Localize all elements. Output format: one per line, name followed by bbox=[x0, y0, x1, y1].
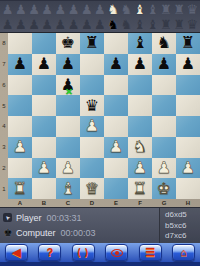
square-g7[interactable]: ♟ bbox=[152, 54, 176, 75]
slot-white-rook-icon: ♜ bbox=[159, 2, 172, 17]
square-b6[interactable] bbox=[32, 75, 56, 96]
rank-label-6: 6 bbox=[0, 75, 8, 96]
white-bishop[interactable]: ♝ bbox=[61, 181, 75, 197]
square-a4[interactable] bbox=[8, 116, 32, 137]
slot-black-rook-icon: ♜ bbox=[172, 17, 185, 32]
exit-icon: ⌂ bbox=[180, 247, 187, 258]
captured-black-knight-icon: ♞ bbox=[107, 17, 120, 32]
slot-black-pawn-icon: ♟ bbox=[54, 17, 67, 32]
white-rook[interactable]: ♜ bbox=[13, 181, 27, 197]
square-b3[interactable] bbox=[32, 137, 56, 158]
hint-icon: ( ) bbox=[78, 248, 90, 257]
rank-label-8: 8 bbox=[0, 33, 8, 54]
black-pawn[interactable]: ♟ bbox=[13, 56, 27, 72]
turn-arrow-icon: ➤ bbox=[4, 214, 12, 222]
white-pawn[interactable]: ♟ bbox=[133, 160, 147, 176]
white-pawn[interactable]: ♟ bbox=[157, 160, 171, 176]
file-label-f: F bbox=[128, 199, 152, 207]
rank-label-4: 4 bbox=[0, 116, 8, 137]
slot-black-rook-icon: ♜ bbox=[159, 17, 172, 32]
white-pawn[interactable]: ♟ bbox=[13, 139, 27, 155]
rank-label-3: 3 bbox=[0, 137, 8, 158]
square-a6[interactable] bbox=[8, 75, 32, 96]
slot-black-pawn-icon: ♟ bbox=[1, 17, 14, 32]
white-queen[interactable]: ♛ bbox=[85, 181, 99, 197]
square-f5[interactable] bbox=[128, 95, 152, 116]
slot-black-pawn-icon: ♟ bbox=[67, 17, 80, 32]
square-d7[interactable] bbox=[80, 54, 104, 75]
square-e8[interactable] bbox=[104, 33, 128, 54]
square-e1[interactable] bbox=[104, 178, 128, 199]
square-h1[interactable] bbox=[176, 178, 200, 199]
square-b8[interactable] bbox=[32, 33, 56, 54]
square-h6[interactable] bbox=[176, 75, 200, 96]
slot-white-knight-icon: ♞ bbox=[120, 2, 133, 17]
file-label-g: G bbox=[152, 199, 176, 207]
square-g4[interactable] bbox=[152, 116, 176, 137]
last-move-marker-icon: ✕ bbox=[65, 87, 73, 97]
help-button[interactable]: ? bbox=[38, 244, 61, 261]
black-pawn[interactable]: ♟ bbox=[61, 56, 75, 72]
computer-label: Computer bbox=[16, 228, 56, 238]
turn-indicator-icon: ➤ bbox=[3, 213, 12, 222]
chess-board: 87654321 ♚♜♝♞♜♟♟♟♟♟♟♟♟✕♛♟♟♟♞♟♟♟♟♟♜♝♛♜♚ A… bbox=[0, 32, 200, 207]
square-d4[interactable]: ♟ bbox=[80, 116, 104, 137]
file-labels: ABCDEFGH bbox=[8, 199, 200, 207]
back-button[interactable]: ◀ bbox=[5, 244, 28, 261]
rank-label-1: 1 bbox=[0, 178, 8, 199]
square-a3[interactable]: ♟ bbox=[8, 137, 32, 158]
square-c2[interactable]: ♟ bbox=[56, 158, 80, 179]
captured-white-knight-icon: ♞ bbox=[107, 2, 120, 17]
show-move-button[interactable] bbox=[105, 244, 128, 261]
chess-app-window: ♟♟♟♟♟♟♟♟♞♞♝♝♜♜♛ ♟♟♟♟♟♟♟♟♞♞♝♝♜♜♛ 87654321… bbox=[0, 0, 200, 266]
file-label-e: E bbox=[104, 199, 128, 207]
help-icon: ? bbox=[47, 247, 54, 258]
slot-white-bishop-icon: ♝ bbox=[146, 2, 159, 17]
slot-white-pawn-icon: ♟ bbox=[80, 2, 93, 17]
square-f8[interactable]: ♝ bbox=[128, 33, 152, 54]
square-a5[interactable] bbox=[8, 95, 32, 116]
square-h5[interactable] bbox=[176, 95, 200, 116]
board-grid: ♚♜♝♞♜♟♟♟♟♟♟♟♟✕♛♟♟♟♞♟♟♟♟♟♜♝♛♜♚ bbox=[8, 33, 200, 199]
square-g1[interactable]: ♚ bbox=[152, 178, 176, 199]
square-d3[interactable] bbox=[80, 137, 104, 158]
move-entry-3: d7xc6 bbox=[165, 231, 200, 242]
black-pawn[interactable]: ♟ bbox=[109, 56, 123, 72]
square-c8[interactable]: ♚ bbox=[56, 33, 80, 54]
black-queen[interactable]: ♛ bbox=[85, 98, 99, 114]
square-f4[interactable] bbox=[128, 116, 152, 137]
rank-labels: 87654321 bbox=[0, 33, 8, 199]
square-d1[interactable]: ♛ bbox=[80, 178, 104, 199]
menu-icon: ☰ bbox=[145, 247, 155, 258]
square-f3[interactable]: ♞ bbox=[128, 137, 152, 158]
white-pawn[interactable]: ♟ bbox=[181, 160, 195, 176]
slot-white-pawn-icon: ♟ bbox=[54, 2, 67, 17]
file-label-h: H bbox=[176, 199, 200, 207]
white-knight[interactable]: ♞ bbox=[133, 139, 147, 155]
slot-black-bishop-icon: ♝ bbox=[133, 17, 146, 32]
slot-black-bishop-icon: ♝ bbox=[146, 17, 159, 32]
square-e7[interactable]: ♟ bbox=[104, 54, 128, 75]
square-e4[interactable] bbox=[104, 116, 128, 137]
slot-white-pawn-icon: ♟ bbox=[41, 2, 54, 17]
square-e2[interactable] bbox=[104, 158, 128, 179]
slot-white-queen-icon: ♛ bbox=[186, 2, 199, 17]
computer-time: 00:00:03 bbox=[61, 228, 96, 238]
square-f1[interactable]: ♜ bbox=[128, 178, 152, 199]
rank-label-5: 5 bbox=[0, 95, 8, 116]
square-h3[interactable] bbox=[176, 137, 200, 158]
computer-clock-row: ♚ Computer 00:00:03 bbox=[3, 225, 159, 240]
square-c4[interactable] bbox=[56, 116, 80, 137]
square-g5[interactable] bbox=[152, 95, 176, 116]
slot-white-pawn-icon: ♟ bbox=[14, 2, 27, 17]
white-pawn[interactable]: ♟ bbox=[109, 139, 123, 155]
square-a7[interactable]: ♟ bbox=[8, 54, 32, 75]
white-pawn[interactable]: ♟ bbox=[37, 160, 51, 176]
black-bishop[interactable]: ♝ bbox=[133, 35, 147, 51]
menu-button[interactable]: ☰ bbox=[139, 244, 162, 261]
square-e5[interactable] bbox=[104, 95, 128, 116]
captured-white-pieces-row: ♟♟♟♟♟♟♟♟♞♞♝♝♜♜♛ bbox=[0, 2, 200, 17]
square-b7[interactable]: ♟ bbox=[32, 54, 56, 75]
captured-white-bishop-icon: ♝ bbox=[133, 2, 146, 17]
black-rook[interactable]: ♜ bbox=[181, 35, 195, 51]
hint-button[interactable]: ( ) bbox=[72, 244, 95, 261]
square-d6[interactable] bbox=[80, 75, 104, 96]
black-pawn[interactable]: ♟ bbox=[157, 56, 171, 72]
square-g6[interactable] bbox=[152, 75, 176, 96]
move-list: d6xd5b5xc6d7xc6 bbox=[159, 208, 200, 243]
file-label-d: D bbox=[80, 199, 104, 207]
move-entry-1: d6xd5 bbox=[165, 210, 200, 221]
black-pawn[interactable]: ♟ bbox=[37, 56, 51, 72]
slot-white-pawn-icon: ♟ bbox=[1, 2, 14, 17]
black-king[interactable]: ♚ bbox=[61, 35, 75, 51]
square-h7[interactable]: ♟ bbox=[176, 54, 200, 75]
slot-black-pawn-icon: ♟ bbox=[80, 17, 93, 32]
clocks-area: ➤ Player 00:03:31 ♚ Computer 00:00:03 bbox=[0, 208, 159, 243]
black-rook[interactable]: ♜ bbox=[85, 35, 99, 51]
status-panel: ➤ Player 00:03:31 ♚ Computer 00:00:03 d6… bbox=[0, 207, 200, 243]
file-label-b: B bbox=[32, 199, 56, 207]
square-e3[interactable]: ♟ bbox=[104, 137, 128, 158]
exit-button[interactable]: ⌂ bbox=[172, 244, 195, 261]
square-d2[interactable] bbox=[80, 158, 104, 179]
square-b4[interactable] bbox=[32, 116, 56, 137]
square-h8[interactable]: ♜ bbox=[176, 33, 200, 54]
white-king[interactable]: ♚ bbox=[157, 181, 171, 197]
slot-white-pawn-icon: ♟ bbox=[67, 2, 80, 17]
square-d5[interactable]: ♛ bbox=[80, 95, 104, 116]
square-c5[interactable] bbox=[56, 95, 80, 116]
slot-white-rook-icon: ♜ bbox=[172, 2, 185, 17]
file-label-c: C bbox=[56, 199, 80, 207]
square-e6[interactable] bbox=[104, 75, 128, 96]
slot-black-pawn-icon: ♟ bbox=[41, 17, 54, 32]
square-f6[interactable] bbox=[128, 75, 152, 96]
black-knight[interactable]: ♞ bbox=[157, 35, 171, 51]
square-f2[interactable]: ♟ bbox=[128, 158, 152, 179]
captured-black-pieces-row: ♟♟♟♟♟♟♟♟♞♞♝♝♜♜♛ bbox=[0, 17, 200, 32]
file-label-a: A bbox=[8, 199, 32, 207]
square-g2[interactable]: ♟ bbox=[152, 158, 176, 179]
toolbar: ◀?( )☰⌂ bbox=[0, 243, 200, 262]
slot-black-pawn-icon: ♟ bbox=[27, 17, 40, 32]
slot-black-knight-icon: ♞ bbox=[120, 17, 133, 32]
slot-black-queen-icon: ♛ bbox=[186, 17, 199, 32]
white-pawn[interactable]: ♟ bbox=[61, 160, 75, 176]
slot-black-pawn-icon: ♟ bbox=[93, 17, 106, 32]
square-g3[interactable] bbox=[152, 137, 176, 158]
captured-pieces-tray: ♟♟♟♟♟♟♟♟♞♞♝♝♜♜♛ ♟♟♟♟♟♟♟♟♞♞♝♝♜♜♛ bbox=[0, 0, 200, 32]
square-c7[interactable]: ♟ bbox=[56, 54, 80, 75]
computer-piece-icon: ♚ bbox=[3, 228, 13, 238]
square-a8[interactable] bbox=[8, 33, 32, 54]
square-b1[interactable] bbox=[32, 178, 56, 199]
white-rook[interactable]: ♜ bbox=[133, 181, 147, 197]
slot-white-pawn-icon: ♟ bbox=[93, 2, 106, 17]
square-h2[interactable]: ♟ bbox=[176, 158, 200, 179]
player-time: 00:03:31 bbox=[47, 213, 82, 223]
slot-white-pawn-icon: ♟ bbox=[27, 2, 40, 17]
square-b2[interactable]: ♟ bbox=[32, 158, 56, 179]
square-c1[interactable]: ♝ bbox=[56, 178, 80, 199]
square-a2[interactable] bbox=[8, 158, 32, 179]
player-clock-row: ➤ Player 00:03:31 bbox=[3, 210, 159, 225]
back-icon: ◀ bbox=[12, 247, 20, 258]
move-entry-2: b5xc6 bbox=[165, 221, 200, 232]
rank-label-2: 2 bbox=[0, 158, 8, 179]
square-d8[interactable]: ♜ bbox=[80, 33, 104, 54]
square-b5[interactable] bbox=[32, 95, 56, 116]
player-label: Player bbox=[16, 213, 42, 223]
black-pawn[interactable]: ♟ bbox=[133, 56, 147, 72]
slot-black-pawn-icon: ♟ bbox=[14, 17, 27, 32]
square-h4[interactable] bbox=[176, 116, 200, 137]
rank-label-7: 7 bbox=[0, 54, 8, 75]
square-a1[interactable]: ♜ bbox=[8, 178, 32, 199]
bottom-strip bbox=[0, 262, 200, 266]
square-f7[interactable]: ♟ bbox=[128, 54, 152, 75]
eye-icon bbox=[111, 249, 123, 257]
white-pawn[interactable]: ♟ bbox=[85, 118, 99, 134]
square-g8[interactable]: ♞ bbox=[152, 33, 176, 54]
black-pawn[interactable]: ♟ bbox=[181, 56, 195, 72]
square-c3[interactable] bbox=[56, 137, 80, 158]
square-c6[interactable]: ♟✕ bbox=[56, 75, 80, 96]
